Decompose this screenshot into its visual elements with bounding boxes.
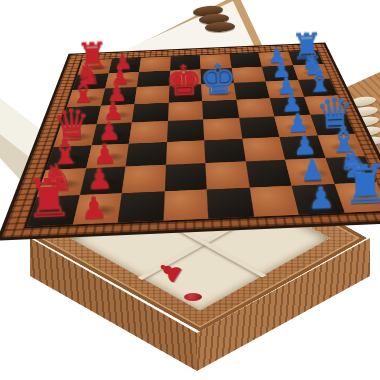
scene: ♟ ♜♟♟♜♞♟♟♞♝♟♚♚♟♝♟♟♛♟♟♛♝♟♟♝♞♟♟♞♜♟♟♜ — [0, 0, 380, 380]
square-c6[interactable] — [242, 137, 285, 162]
piece-blue-king[interactable]: ♚ — [198, 58, 237, 102]
piece-blue-pawn[interactable]: ♟ — [306, 182, 335, 214]
square-a1[interactable]: ♜ — [27, 195, 79, 227]
square-e3[interactable] — [132, 102, 168, 122]
square-f5[interactable]: ♚ — [201, 83, 236, 101]
square-d4[interactable] — [167, 120, 205, 142]
piece-red-pawn-lying: ♟ — [152, 254, 186, 288]
square-a5[interactable] — [207, 187, 254, 218]
chess-board: ♜♟♟♜♞♟♟♞♝♟♚♚♟♝♟♟♛♟♟♛♝♟♟♝♞♟♟♞♜♟♟♜ — [24, 50, 380, 229]
square-d6[interactable] — [239, 116, 280, 138]
square-c3[interactable] — [126, 142, 167, 167]
wood-disc — [205, 21, 235, 33]
board-border: ♜♟♟♜♞♟♟♞♝♟♚♚♟♝♟♟♛♟♟♛♝♟♟♝♞♟♟♞♜♟♟♜ — [0, 43, 380, 241]
square-b4[interactable] — [164, 163, 206, 191]
piece-base — [184, 293, 202, 301]
square-a2[interactable]: ♟ — [72, 193, 122, 225]
square-c5[interactable] — [204, 138, 245, 163]
square-b5[interactable] — [205, 161, 249, 189]
square-d3[interactable] — [129, 121, 168, 143]
tray-lying-piece: ♟ — [152, 258, 216, 310]
square-e5[interactable] — [202, 100, 239, 120]
square-d5[interactable] — [203, 118, 242, 140]
square-f3[interactable] — [134, 86, 169, 104]
square-a6[interactable] — [249, 185, 299, 216]
square-e4[interactable] — [167, 101, 203, 121]
square-a3[interactable] — [118, 191, 165, 223]
square-e6[interactable] — [236, 98, 274, 118]
square-f6[interactable] — [233, 81, 269, 99]
piece-red-rook[interactable]: ♜ — [23, 171, 73, 227]
square-f4[interactable]: ♚ — [168, 84, 202, 102]
piece-red-pawn[interactable]: ♟ — [80, 192, 109, 224]
square-c4[interactable] — [165, 140, 205, 165]
square-b6[interactable] — [245, 160, 291, 188]
piece-blue-rook[interactable]: ♜ — [340, 157, 380, 213]
board-3d-wrap: ♜♟♟♜♞♟♟♞♝♟♚♚♟♝♟♟♛♟♟♛♝♟♟♝♞♟♟♞♜♟♟♜ — [0, 43, 380, 241]
square-a4[interactable] — [163, 189, 208, 220]
square-b3[interactable] — [122, 165, 166, 193]
